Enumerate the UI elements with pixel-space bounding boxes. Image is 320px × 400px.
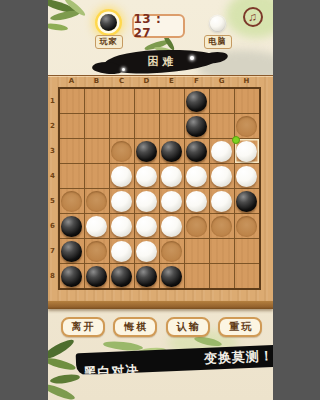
white-stone-D4: [136, 166, 157, 187]
cell-C6[interactable]: [110, 214, 134, 238]
white-stone-D5: [136, 191, 157, 212]
cell-F2[interactable]: [185, 114, 209, 138]
board-grid[interactable]: [58, 87, 261, 290]
cell-A4[interactable]: [60, 164, 84, 188]
replay-button[interactable]: 重玩: [218, 317, 262, 337]
board-front-edge: [48, 301, 273, 309]
white-stone-C4: [111, 166, 132, 187]
white-stone-B6: [86, 216, 107, 237]
white-stone-E5: [161, 191, 182, 212]
bamboo-leaf: [48, 356, 76, 372]
white-stone-E4: [161, 166, 182, 187]
cell-F5[interactable]: [185, 189, 209, 213]
cell-B8[interactable]: [85, 264, 109, 288]
cell-C1[interactable]: [110, 89, 134, 113]
white-stone-F5: [186, 191, 207, 212]
cell-D6[interactable]: [135, 214, 159, 238]
cell-D1[interactable]: [135, 89, 159, 113]
white-stone-H3: [236, 141, 257, 162]
computer-label: 电脑: [204, 35, 232, 49]
black-stone-H5: [236, 191, 257, 212]
black-stone-C8: [111, 266, 132, 287]
cell-H4[interactable]: [235, 164, 259, 188]
cell-G1[interactable]: [210, 89, 234, 113]
col-label-E: E: [160, 77, 184, 86]
row-label-8: 8: [48, 264, 58, 288]
cell-C8[interactable]: [110, 264, 134, 288]
cell-A5[interactable]: [60, 189, 84, 213]
cell-C5[interactable]: [110, 189, 134, 213]
col-label-A: A: [60, 77, 84, 86]
col-label-G: G: [210, 77, 234, 86]
bamboo-leaf: [48, 382, 76, 400]
cell-C7[interactable]: [110, 239, 134, 263]
cell-H1[interactable]: [235, 89, 259, 113]
cell-G7[interactable]: [210, 239, 234, 263]
game-screen: 玩家 13 : 27 电脑 ♫ 困难 ABCDEFGH 12345678 离开 …: [48, 0, 273, 400]
row-label-5: 5: [48, 189, 58, 213]
action-button-row: 离开 悔棋 认输 重玩: [61, 317, 263, 337]
cell-E5[interactable]: [160, 189, 184, 213]
cell-B2[interactable]: [85, 114, 109, 138]
cell-F4[interactable]: [185, 164, 209, 188]
cell-D4[interactable]: [135, 164, 159, 188]
player-indicator: 玩家: [95, 14, 123, 49]
row-label-4: 4: [48, 164, 58, 188]
col-label-C: C: [110, 77, 134, 86]
resign-button[interactable]: 认输: [166, 317, 210, 337]
white-stone-G4: [211, 166, 232, 187]
row-label-1: 1: [48, 89, 58, 113]
cell-D2[interactable]: [135, 114, 159, 138]
white-stone-C6: [111, 216, 132, 237]
computer-white-stone-icon: [210, 16, 225, 31]
cell-F3[interactable]: [185, 139, 209, 163]
col-label-H: H: [235, 77, 259, 86]
cell-H7[interactable]: [235, 239, 259, 263]
cell-A2[interactable]: [60, 114, 84, 138]
computer-indicator: 电脑: [204, 15, 232, 49]
bamboo-leaf: [48, 22, 68, 31]
black-stone-A6: [61, 216, 82, 237]
legal-move-hint-B7[interactable]: [86, 241, 107, 262]
cell-E3[interactable]: [160, 139, 184, 163]
cell-B3[interactable]: [85, 139, 109, 163]
cell-H5[interactable]: [235, 189, 259, 213]
cell-G3[interactable]: [210, 139, 234, 163]
white-stone-E6: [161, 216, 182, 237]
white-stone-G3: [211, 141, 232, 162]
row-label-2: 2: [48, 114, 58, 138]
player-black-stone-icon: [100, 14, 117, 31]
legal-move-hint-E7[interactable]: [161, 241, 182, 262]
black-stone-F3: [186, 141, 207, 162]
cell-D8[interactable]: [135, 264, 159, 288]
cell-F1[interactable]: [185, 89, 209, 113]
cell-H8[interactable]: [235, 264, 259, 288]
cell-A6[interactable]: [60, 214, 84, 238]
leave-button[interactable]: 离开: [61, 317, 105, 337]
black-stone-A8: [61, 266, 82, 287]
black-stone-B8: [86, 266, 107, 287]
banner-left-text: 黑白对决: [83, 362, 140, 376]
legal-move-hint-A5[interactable]: [61, 191, 82, 212]
black-stone-A7: [61, 241, 82, 262]
last-move-dot: [232, 136, 240, 144]
black-stone-D3: [136, 141, 157, 162]
cell-F7[interactable]: [185, 239, 209, 263]
white-stone-D6: [136, 216, 157, 237]
game-board: ABCDEFGH 12345678: [48, 75, 273, 302]
cell-G4[interactable]: [210, 164, 234, 188]
legal-move-hint-G6[interactable]: [211, 216, 232, 237]
cell-C4[interactable]: [110, 164, 134, 188]
black-stone-E8: [161, 266, 182, 287]
cell-F6[interactable]: [185, 214, 209, 238]
board-numbers: 12345678: [48, 89, 58, 288]
black-stone-D8: [136, 266, 157, 287]
cell-B5[interactable]: [85, 189, 109, 213]
legal-move-hint-H6[interactable]: [236, 216, 257, 237]
col-label-D: D: [135, 77, 159, 86]
cell-B4[interactable]: [85, 164, 109, 188]
bamboo-leaf: [49, 373, 80, 385]
col-label-B: B: [85, 77, 109, 86]
white-stone-H4: [236, 166, 257, 187]
cell-D5[interactable]: [135, 189, 159, 213]
cell-E6[interactable]: [160, 214, 184, 238]
cell-G2[interactable]: [210, 114, 234, 138]
cell-E8[interactable]: [160, 264, 184, 288]
cell-E4[interactable]: [160, 164, 184, 188]
row-label-3: 3: [48, 139, 58, 163]
cell-F8[interactable]: [185, 264, 209, 288]
board-letters: ABCDEFGH: [60, 77, 259, 86]
music-icon[interactable]: ♫: [243, 7, 263, 27]
row-label-7: 7: [48, 239, 58, 263]
cell-B1[interactable]: [85, 89, 109, 113]
cell-G5[interactable]: [210, 189, 234, 213]
black-stone-F1: [186, 91, 207, 112]
cell-G8[interactable]: [210, 264, 234, 288]
cell-B6[interactable]: [85, 214, 109, 238]
white-stone-C7: [111, 241, 132, 262]
cell-D7[interactable]: [135, 239, 159, 263]
row-label-6: 6: [48, 214, 58, 238]
cell-D3[interactable]: [135, 139, 159, 163]
difficulty-label: 困难: [104, 54, 218, 69]
cell-E2[interactable]: [160, 114, 184, 138]
cell-A3[interactable]: [60, 139, 84, 163]
legal-move-hint-B5[interactable]: [86, 191, 107, 212]
promo-banner: 黑白对决 变换莫测！: [75, 345, 272, 376]
cell-H6[interactable]: [235, 214, 259, 238]
white-stone-F4: [186, 166, 207, 187]
cell-G6[interactable]: [210, 214, 234, 238]
cell-B7[interactable]: [85, 239, 109, 263]
cell-C2[interactable]: [110, 114, 134, 138]
white-stone-D7: [136, 241, 157, 262]
banner-right-text: 变换莫测！: [203, 347, 272, 368]
cell-E7[interactable]: [160, 239, 184, 263]
white-stone-G5: [211, 191, 232, 212]
undo-button[interactable]: 悔棋: [113, 317, 157, 337]
cell-H2[interactable]: [235, 114, 259, 138]
black-stone-E3: [161, 141, 182, 162]
cell-A1[interactable]: [60, 89, 84, 113]
cell-E1[interactable]: [160, 89, 184, 113]
legal-move-hint-H2[interactable]: [236, 116, 257, 137]
white-stone-C5: [111, 191, 132, 212]
cell-C3[interactable]: [110, 139, 134, 163]
black-stone-F2: [186, 116, 207, 137]
cell-H3[interactable]: [235, 139, 259, 163]
legal-move-hint-F6[interactable]: [186, 216, 207, 237]
legal-move-hint-C3[interactable]: [111, 141, 132, 162]
col-label-F: F: [185, 77, 209, 86]
player-label: 玩家: [95, 35, 123, 49]
cell-A8[interactable]: [60, 264, 84, 288]
difficulty-splash: 困难: [104, 50, 218, 73]
game-timer: 13 : 27: [132, 14, 185, 38]
cell-A7[interactable]: [60, 239, 84, 263]
